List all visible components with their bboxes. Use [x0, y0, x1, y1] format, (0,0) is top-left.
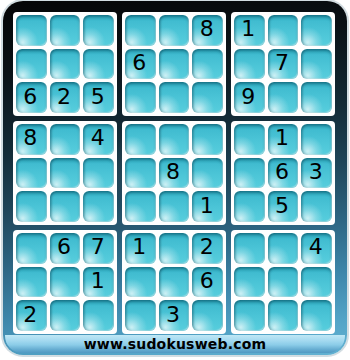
cell-r1c9[interactable]: [301, 15, 332, 46]
cell-r2c7[interactable]: [234, 49, 265, 80]
box-2: 86: [122, 12, 226, 116]
cell-r8c9[interactable]: [301, 267, 332, 298]
cell-r3c9[interactable]: [301, 82, 332, 113]
cell-r1c3[interactable]: [83, 15, 114, 46]
cell-r9c8[interactable]: [268, 300, 299, 331]
cell-r8c3[interactable]: 1: [83, 267, 114, 298]
footer-bar: www.sudokusweb.com: [5, 335, 345, 353]
cell-r2c2[interactable]: [50, 49, 81, 80]
box-9: 4: [231, 230, 335, 334]
cell-r1c7[interactable]: 1: [234, 15, 265, 46]
cell-r9c1[interactable]: 2: [16, 300, 47, 331]
cell-r6c4[interactable]: [125, 191, 156, 222]
cell-r8c5[interactable]: [159, 267, 190, 298]
cell-r1c2[interactable]: [50, 15, 81, 46]
box-4: 84: [13, 121, 117, 225]
cell-r7c2[interactable]: 6: [50, 233, 81, 264]
cell-r2c5[interactable]: [159, 49, 190, 80]
cell-r7c1[interactable]: [16, 233, 47, 264]
cell-r2c9[interactable]: [301, 49, 332, 80]
cell-r8c8[interactable]: [268, 267, 299, 298]
cell-r9c7[interactable]: [234, 300, 265, 331]
cell-r5c5[interactable]: 8: [159, 158, 190, 189]
sudoku-board: 6258617984811635671212634: [13, 12, 335, 334]
cell-r6c2[interactable]: [50, 191, 81, 222]
cell-r7c7[interactable]: [234, 233, 265, 264]
cell-r1c4[interactable]: [125, 15, 156, 46]
cell-r7c6[interactable]: 2: [192, 233, 223, 264]
cell-r7c8[interactable]: [268, 233, 299, 264]
cell-r4c7[interactable]: [234, 124, 265, 155]
cell-r8c7[interactable]: [234, 267, 265, 298]
cell-r9c5[interactable]: 3: [159, 300, 190, 331]
cell-r1c1[interactable]: [16, 15, 47, 46]
cell-r1c6[interactable]: 8: [192, 15, 223, 46]
cell-r3c8[interactable]: [268, 82, 299, 113]
cell-r5c3[interactable]: [83, 158, 114, 189]
cell-r5c8[interactable]: 6: [268, 158, 299, 189]
cell-r6c5[interactable]: [159, 191, 190, 222]
cell-r6c9[interactable]: [301, 191, 332, 222]
cell-r2c1[interactable]: [16, 49, 47, 80]
cell-r8c1[interactable]: [16, 267, 47, 298]
cell-r9c9[interactable]: [301, 300, 332, 331]
cell-r6c8[interactable]: 5: [268, 191, 299, 222]
cell-r4c2[interactable]: [50, 124, 81, 155]
cell-r9c6[interactable]: [192, 300, 223, 331]
box-8: 1263: [122, 230, 226, 334]
cell-r5c6[interactable]: [192, 158, 223, 189]
cell-r7c3[interactable]: 7: [83, 233, 114, 264]
cell-r6c1[interactable]: [16, 191, 47, 222]
box-5: 81: [122, 121, 226, 225]
box-7: 6712: [13, 230, 117, 334]
cell-r7c5[interactable]: [159, 233, 190, 264]
cell-r3c1[interactable]: 6: [16, 82, 47, 113]
cell-r3c7[interactable]: 9: [234, 82, 265, 113]
cell-r2c4[interactable]: 6: [125, 49, 156, 80]
cell-r3c4[interactable]: [125, 82, 156, 113]
cell-r4c3[interactable]: 4: [83, 124, 114, 155]
cell-r5c4[interactable]: [125, 158, 156, 189]
cell-r5c7[interactable]: [234, 158, 265, 189]
cell-r4c5[interactable]: [159, 124, 190, 155]
cell-r3c2[interactable]: 2: [50, 82, 81, 113]
cell-r4c8[interactable]: 1: [268, 124, 299, 155]
site-url: www.sudokusweb.com: [84, 336, 267, 352]
cell-r1c5[interactable]: [159, 15, 190, 46]
cell-r5c2[interactable]: [50, 158, 81, 189]
cell-r9c4[interactable]: [125, 300, 156, 331]
cell-r2c6[interactable]: [192, 49, 223, 80]
cell-r4c1[interactable]: 8: [16, 124, 47, 155]
box-3: 179: [231, 12, 335, 116]
cell-r4c4[interactable]: [125, 124, 156, 155]
cell-r5c1[interactable]: [16, 158, 47, 189]
cell-r5c9[interactable]: 3: [301, 158, 332, 189]
cell-r6c3[interactable]: [83, 191, 114, 222]
board-frame: 6258617984811635671212634 www.sudokusweb…: [3, 1, 347, 355]
cell-r7c9[interactable]: 4: [301, 233, 332, 264]
cell-r9c3[interactable]: [83, 300, 114, 331]
cell-r4c6[interactable]: [192, 124, 223, 155]
cell-r8c6[interactable]: 6: [192, 267, 223, 298]
cell-r4c9[interactable]: [301, 124, 332, 155]
cell-r7c4[interactable]: 1: [125, 233, 156, 264]
cell-r9c2[interactable]: [50, 300, 81, 331]
box-6: 1635: [231, 121, 335, 225]
cell-r3c5[interactable]: [159, 82, 190, 113]
cell-r6c6[interactable]: 1: [192, 191, 223, 222]
cell-r6c7[interactable]: [234, 191, 265, 222]
cell-r8c2[interactable]: [50, 267, 81, 298]
cell-r3c6[interactable]: [192, 82, 223, 113]
cell-r2c3[interactable]: [83, 49, 114, 80]
cell-r8c4[interactable]: [125, 267, 156, 298]
cell-r1c8[interactable]: [268, 15, 299, 46]
box-1: 625: [13, 12, 117, 116]
cell-r2c8[interactable]: 7: [268, 49, 299, 80]
cell-r3c3[interactable]: 5: [83, 82, 114, 113]
